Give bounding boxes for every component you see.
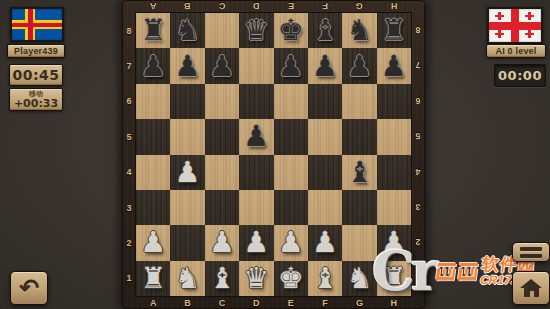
square-c8[interactable] bbox=[205, 13, 239, 48]
square-b5[interactable] bbox=[170, 119, 204, 154]
square-g8[interactable]: ♞ bbox=[342, 13, 376, 48]
file-label-a: A bbox=[136, 0, 170, 13]
square-d8[interactable]: ♛ bbox=[239, 13, 273, 48]
white-player-name: Player439 bbox=[7, 44, 65, 58]
file-label-g: G bbox=[342, 0, 376, 13]
square-b6[interactable] bbox=[170, 84, 204, 119]
rank-label-5: 5 bbox=[411, 119, 425, 154]
file-label-a: A bbox=[136, 296, 170, 309]
black-pawn[interactable]: ♟ bbox=[278, 52, 304, 81]
black-player-flag-georgia bbox=[487, 7, 543, 44]
square-b8[interactable]: ♞ bbox=[170, 13, 204, 48]
rank-label-3: 3 bbox=[411, 190, 425, 225]
file-label-f: F bbox=[308, 0, 342, 13]
file-labels-bottom: ABCDEFGH bbox=[136, 296, 411, 309]
square-h6[interactable] bbox=[377, 84, 411, 119]
square-a8[interactable]: ♜ bbox=[136, 13, 170, 48]
black-knight[interactable]: ♞ bbox=[346, 16, 372, 45]
file-label-d: D bbox=[239, 296, 273, 309]
square-c4[interactable] bbox=[205, 155, 239, 190]
watermark-xi-character bbox=[436, 263, 456, 280]
menu-button[interactable] bbox=[512, 242, 550, 262]
square-e7[interactable]: ♟ bbox=[274, 48, 308, 83]
rank-label-6: 6 bbox=[411, 84, 425, 119]
white-pawn[interactable]: ♟ bbox=[209, 228, 235, 257]
square-a1[interactable]: ♜ bbox=[136, 261, 170, 296]
square-a4[interactable] bbox=[136, 155, 170, 190]
black-king[interactable]: ♚ bbox=[278, 16, 304, 45]
white-queen[interactable]: ♛ bbox=[243, 264, 269, 293]
file-label-f: F bbox=[308, 296, 342, 309]
file-label-d: D bbox=[239, 0, 273, 13]
black-bishop[interactable]: ♝ bbox=[346, 158, 372, 187]
undo-button[interactable]: ↶ bbox=[10, 271, 48, 305]
white-player-clock: 00:45 bbox=[9, 64, 63, 86]
flag-small-cross bbox=[495, 30, 504, 38]
square-f7[interactable]: ♟ bbox=[308, 48, 342, 83]
white-rook[interactable]: ♜ bbox=[140, 264, 166, 293]
square-e4[interactable] bbox=[274, 155, 308, 190]
file-label-e: E bbox=[274, 0, 308, 13]
rank-label-7: 7 bbox=[122, 48, 136, 83]
black-pawn[interactable]: ♟ bbox=[243, 122, 269, 151]
black-pawn[interactable]: ♟ bbox=[209, 52, 235, 81]
ai-level-label: AI 0 level bbox=[486, 44, 546, 58]
square-f2[interactable]: ♟ bbox=[308, 225, 342, 260]
black-pawn[interactable]: ♟ bbox=[140, 52, 166, 81]
square-a6[interactable] bbox=[136, 84, 170, 119]
rank-label-6: 6 bbox=[122, 84, 136, 119]
black-rook[interactable]: ♜ bbox=[381, 16, 407, 45]
square-h4[interactable] bbox=[377, 155, 411, 190]
square-b4[interactable]: ♟ bbox=[170, 155, 204, 190]
undo-icon: ↶ bbox=[19, 276, 39, 300]
square-b1[interactable]: ♞ bbox=[170, 261, 204, 296]
rank-label-3: 3 bbox=[122, 190, 136, 225]
square-g3[interactable] bbox=[342, 190, 376, 225]
white-pawn[interactable]: ♟ bbox=[243, 228, 269, 257]
square-c5[interactable] bbox=[205, 119, 239, 154]
white-bishop[interactable]: ♝ bbox=[209, 264, 235, 293]
flag-small-cross bbox=[525, 12, 534, 20]
square-g7[interactable]: ♟ bbox=[342, 48, 376, 83]
rank-labels-left: 87654321 bbox=[122, 13, 136, 296]
rank-label-8: 8 bbox=[411, 13, 425, 48]
white-pawn[interactable]: ♟ bbox=[312, 228, 338, 257]
home-button[interactable] bbox=[512, 271, 550, 305]
flag-small-cross bbox=[525, 30, 534, 38]
rank-label-1: 1 bbox=[122, 261, 136, 296]
square-d5[interactable]: ♟ bbox=[239, 119, 273, 154]
square-b2[interactable] bbox=[170, 225, 204, 260]
square-c1[interactable]: ♝ bbox=[205, 261, 239, 296]
white-pawn[interactable]: ♟ bbox=[175, 158, 201, 187]
watermark-xi-character bbox=[458, 263, 478, 280]
square-d2[interactable]: ♟ bbox=[239, 225, 273, 260]
square-f8[interactable]: ♝ bbox=[308, 13, 342, 48]
square-e1[interactable]: ♚ bbox=[274, 261, 308, 296]
black-queen[interactable]: ♛ bbox=[243, 16, 269, 45]
square-g5[interactable] bbox=[342, 119, 376, 154]
file-label-b: B bbox=[170, 296, 204, 309]
square-f4[interactable] bbox=[308, 155, 342, 190]
square-h5[interactable] bbox=[377, 119, 411, 154]
file-label-c: C bbox=[205, 296, 239, 309]
menu-icon bbox=[520, 254, 542, 258]
black-bishop[interactable]: ♝ bbox=[312, 16, 338, 45]
square-c7[interactable]: ♟ bbox=[205, 48, 239, 83]
square-c6[interactable] bbox=[205, 84, 239, 119]
square-e3[interactable] bbox=[274, 190, 308, 225]
increment-value: +00:33 bbox=[10, 98, 62, 110]
square-f6[interactable] bbox=[308, 84, 342, 119]
white-knight[interactable]: ♞ bbox=[175, 264, 201, 293]
square-e8[interactable]: ♚ bbox=[274, 13, 308, 48]
square-g6[interactable] bbox=[342, 84, 376, 119]
rank-label-4: 4 bbox=[411, 155, 425, 190]
square-d7[interactable] bbox=[239, 48, 273, 83]
white-pawn[interactable]: ♟ bbox=[140, 228, 166, 257]
rank-label-2: 2 bbox=[122, 225, 136, 260]
rank-label-7: 7 bbox=[411, 48, 425, 83]
flag-cross-bar bbox=[511, 9, 519, 42]
square-d1[interactable]: ♛ bbox=[239, 261, 273, 296]
white-increment-plate: 移动 +00:33 bbox=[9, 88, 63, 111]
file-label-h: H bbox=[377, 0, 411, 13]
menu-icon bbox=[520, 247, 542, 251]
square-e5[interactable] bbox=[274, 119, 308, 154]
watermark-logo: Cr bbox=[372, 240, 435, 302]
black-player-clock: 00:00 bbox=[494, 64, 546, 87]
file-label-c: C bbox=[205, 0, 239, 13]
flag-cross-bar bbox=[28, 9, 33, 40]
white-knight[interactable]: ♞ bbox=[346, 264, 372, 293]
square-a5[interactable] bbox=[136, 119, 170, 154]
black-knight[interactable]: ♞ bbox=[175, 16, 201, 45]
square-f1[interactable]: ♝ bbox=[308, 261, 342, 296]
black-rook[interactable]: ♜ bbox=[140, 16, 166, 45]
file-label-e: E bbox=[274, 296, 308, 309]
black-pawn[interactable]: ♟ bbox=[312, 52, 338, 81]
board-squares: ♜♞♛♚♝♞♜♟♟♟♟♟♟♟♟♟♝♟♟♟♟♟♟♜♞♝♛♚♝♞♜ bbox=[136, 13, 411, 296]
square-f5[interactable] bbox=[308, 119, 342, 154]
rank-label-8: 8 bbox=[122, 13, 136, 48]
square-h7[interactable]: ♟ bbox=[377, 48, 411, 83]
square-e2[interactable]: ♟ bbox=[274, 225, 308, 260]
square-c2[interactable]: ♟ bbox=[205, 225, 239, 260]
square-d6[interactable] bbox=[239, 84, 273, 119]
white-king[interactable]: ♚ bbox=[278, 264, 304, 293]
flag-small-cross bbox=[495, 12, 504, 20]
flag-cross-bar bbox=[12, 23, 62, 27]
white-player-flag-aland bbox=[10, 7, 64, 42]
rank-label-4: 4 bbox=[122, 155, 136, 190]
square-a3[interactable] bbox=[136, 190, 170, 225]
square-h3[interactable] bbox=[377, 190, 411, 225]
square-c3[interactable] bbox=[205, 190, 239, 225]
square-d3[interactable] bbox=[239, 190, 273, 225]
square-b7[interactable]: ♟ bbox=[170, 48, 204, 83]
white-bishop[interactable]: ♝ bbox=[312, 264, 338, 293]
square-a7[interactable]: ♟ bbox=[136, 48, 170, 83]
home-icon bbox=[520, 279, 542, 297]
black-pawn[interactable]: ♟ bbox=[381, 52, 407, 81]
rank-label-5: 5 bbox=[122, 119, 136, 154]
square-e6[interactable] bbox=[274, 84, 308, 119]
black-pawn[interactable]: ♟ bbox=[175, 52, 201, 81]
chess-app-window: Player439 00:45 移动 +00:33 ABCDEFGH 87654… bbox=[0, 0, 550, 309]
square-h8[interactable]: ♜ bbox=[377, 13, 411, 48]
square-a2[interactable]: ♟ bbox=[136, 225, 170, 260]
square-g4[interactable]: ♝ bbox=[342, 155, 376, 190]
square-d4[interactable] bbox=[239, 155, 273, 190]
file-label-b: B bbox=[170, 0, 204, 13]
square-b3[interactable] bbox=[170, 190, 204, 225]
white-pawn[interactable]: ♟ bbox=[278, 228, 304, 257]
square-f3[interactable] bbox=[308, 190, 342, 225]
black-pawn[interactable]: ♟ bbox=[346, 52, 372, 81]
file-labels-top: ABCDEFGH bbox=[136, 0, 411, 13]
